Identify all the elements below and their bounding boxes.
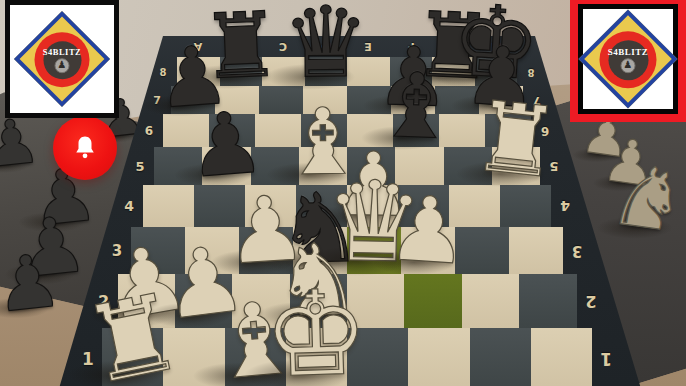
chess-app-screen: ♟♟♟♟♟♟♟♞ ABCDEFGH8877665544332211 ♜♛♜♚♟♟… [0, 0, 686, 386]
logo-red-ring: S4BLITZ ♟ [35, 32, 90, 87]
logo-diamond: S4BLITZ ♟ [14, 11, 110, 107]
rank-label-left-4: 4 [124, 198, 134, 214]
square-h2[interactable] [519, 274, 576, 328]
square-f1[interactable] [408, 328, 469, 386]
piece-white-rook-h5[interactable]: ♜ [468, 88, 564, 193]
logo-black-frame: S4BLITZ ♟ [578, 4, 678, 114]
rank-label-left-6: 6 [145, 124, 153, 138]
captured-black-pawn[interactable]: ♟ [0, 242, 65, 323]
rank-label-right-1: 1 [600, 349, 612, 369]
piece-white-pawn-f3[interactable]: ♟ [385, 184, 471, 279]
logo-diamond: S4BLITZ ♟ [579, 10, 678, 109]
logo-dark-disc: S4BLITZ ♟ [608, 39, 648, 79]
rank-label-left-5: 5 [135, 159, 144, 174]
logo-text: S4BLITZ [608, 46, 649, 56]
rank-label-right-3: 3 [572, 242, 582, 260]
rank-label-right-4: 4 [560, 198, 570, 214]
notification-bell-button[interactable] [53, 116, 117, 180]
square-g1[interactable] [470, 328, 531, 386]
square-a4[interactable] [143, 185, 194, 227]
logo-red-ring: S4BLITZ ♟ [600, 31, 657, 88]
bell-icon [70, 133, 100, 163]
logo-pawn-icon: ♟ [55, 57, 70, 72]
s4blitz-logo-top-right: S4BLITZ ♟ [570, 0, 686, 122]
logo-dark-disc: S4BLITZ ♟ [43, 40, 81, 78]
piece-black-queen-d8[interactable]: ♛ [282, 0, 370, 92]
square-g2[interactable] [462, 274, 519, 328]
captured-white-knight[interactable]: ♞ [605, 152, 686, 246]
logo-pawn-icon: ♟ [621, 57, 636, 72]
square-h1[interactable] [531, 328, 592, 386]
rank-label-right-2: 2 [585, 292, 596, 311]
piece-black-pawn-b5[interactable]: ♟ [185, 100, 268, 191]
s4blitz-logo-top-left: S4BLITZ ♟ [5, 0, 119, 118]
logo-text: S4BLITZ [43, 46, 81, 56]
square-h3[interactable] [509, 227, 563, 274]
piece-white-king-d1[interactable]: ♚ [262, 274, 370, 386]
